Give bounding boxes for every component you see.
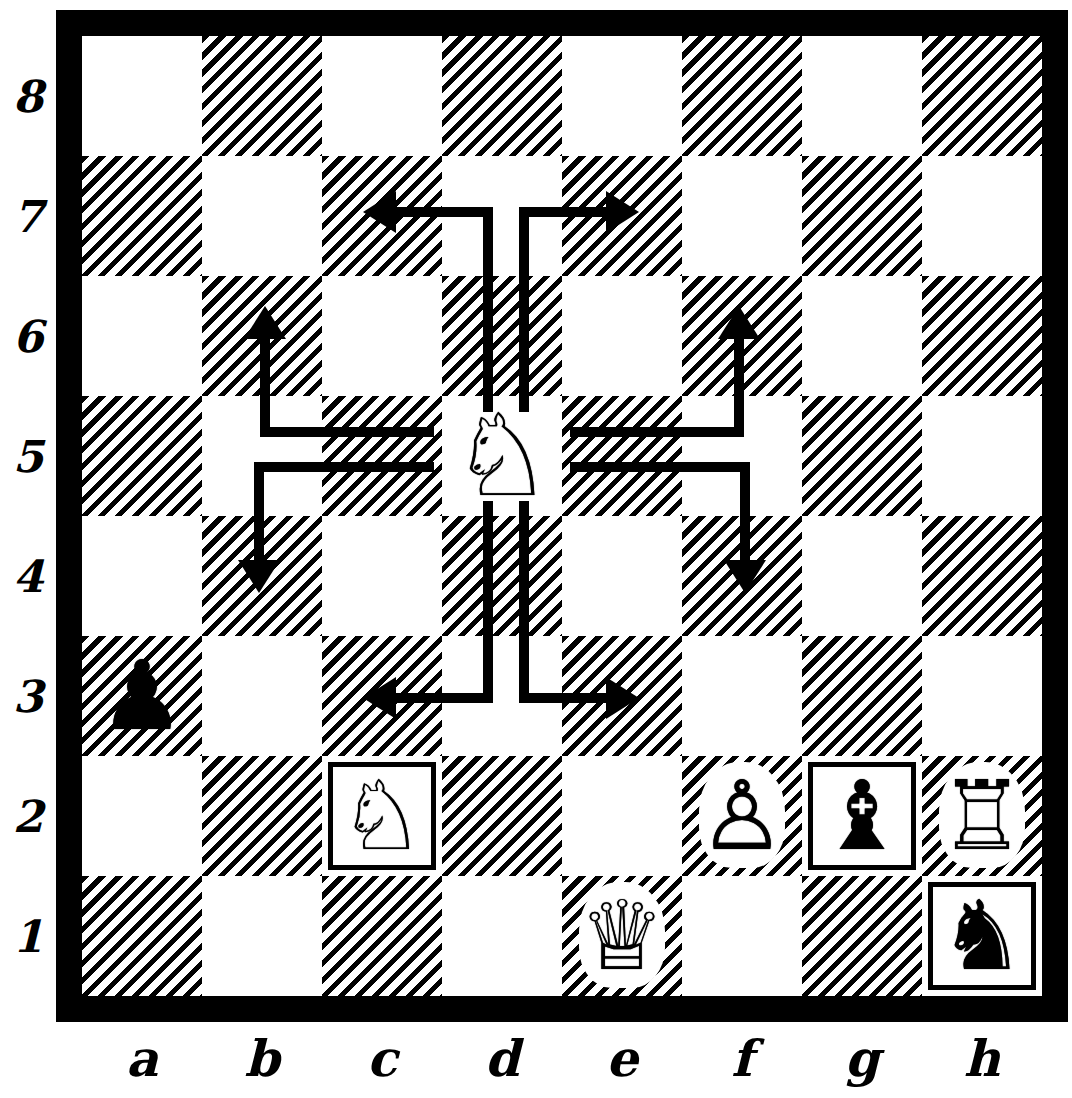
file-label-f: f <box>682 1022 802 1094</box>
file-label-c: c <box>322 1022 442 1094</box>
arrow-segment <box>734 339 744 437</box>
rank-label-3: 3 <box>6 636 50 756</box>
file-label-h: h <box>922 1022 1042 1094</box>
file-label-e: e <box>562 1022 682 1094</box>
arrowhead-left-icon <box>363 191 396 233</box>
arrow-segment <box>483 501 493 703</box>
arrow-segment <box>260 339 270 437</box>
arrow-segment <box>570 427 742 437</box>
rank-labels: 87654321 <box>6 36 50 996</box>
arrowhead-right-icon <box>606 191 639 233</box>
arrowhead-left-icon <box>363 677 396 719</box>
arrow-segment <box>519 207 529 412</box>
arrowhead-up-icon <box>244 306 286 339</box>
arrow-segment <box>262 427 434 437</box>
arrow-segment <box>483 212 493 412</box>
arrow-segment <box>740 472 750 560</box>
file-label-a: a <box>82 1022 202 1094</box>
knight-move-arrows <box>82 36 1042 996</box>
rank-label-6: 6 <box>6 276 50 396</box>
arrow-segment <box>396 207 493 217</box>
rank-label-4: 4 <box>6 516 50 636</box>
board-frame: ♘♟♘♙♝♖♕♞ <box>56 10 1068 1022</box>
arrow-segment <box>254 472 264 560</box>
rank-label-7: 7 <box>6 156 50 276</box>
rank-label-1: 1 <box>6 876 50 996</box>
arrow-segment <box>519 693 609 703</box>
arrow-segment <box>519 501 529 703</box>
arrowhead-down-icon <box>238 560 280 593</box>
arrow-segment <box>254 462 434 472</box>
file-labels: abcdefgh <box>82 1022 1042 1094</box>
arrow-segment <box>519 207 609 217</box>
arrowhead-up-icon <box>718 306 760 339</box>
arrowhead-down-icon <box>724 560 766 593</box>
file-label-g: g <box>802 1022 922 1094</box>
arrowhead-right-icon <box>606 677 639 719</box>
scanned-chess-diagram: 87654321 ♘♟♘♙♝♖♕♞ abcdefgh <box>0 0 1072 1098</box>
file-label-d: d <box>442 1022 562 1094</box>
arrow-segment <box>396 693 493 703</box>
rank-label-5: 5 <box>6 396 50 516</box>
file-label-b: b <box>202 1022 322 1094</box>
rank-label-2: 2 <box>6 756 50 876</box>
arrow-segment <box>570 462 750 472</box>
rank-label-8: 8 <box>6 36 50 156</box>
